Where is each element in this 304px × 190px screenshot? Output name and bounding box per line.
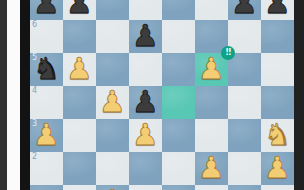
- square-c6[interactable]: [96, 20, 129, 53]
- square-e3[interactable]: [162, 119, 195, 152]
- rank-label-3: 3: [32, 120, 37, 128]
- black-pawn-piece[interactable]: ♟: [132, 19, 159, 52]
- square-b7[interactable]: ♟: [63, 0, 96, 20]
- square-e6[interactable]: [162, 20, 195, 53]
- chess-board: ♟♟♟♟6♟5♞♟♟!!4♟♟3♟♟♞2♟♟♝: [30, 0, 294, 190]
- square-d1[interactable]: [129, 185, 162, 190]
- square-h5[interactable]: [261, 53, 294, 86]
- square-c1[interactable]: ♝: [96, 185, 129, 190]
- brilliant-move-badge: !!: [221, 46, 235, 60]
- square-b3[interactable]: [63, 119, 96, 152]
- square-g4[interactable]: [228, 86, 261, 119]
- square-a7[interactable]: ♟: [30, 0, 63, 20]
- rank-label-2: 2: [32, 153, 37, 161]
- square-a2[interactable]: 2: [30, 152, 63, 185]
- white-pawn-piece[interactable]: ♟: [198, 52, 225, 85]
- square-d3[interactable]: ♟: [129, 119, 162, 152]
- square-f4[interactable]: [195, 86, 228, 119]
- right-letterbox-bar: [294, 0, 304, 190]
- square-e1[interactable]: [162, 185, 195, 190]
- white-pawn-piece[interactable]: ♟: [198, 151, 225, 184]
- square-h4[interactable]: [261, 86, 294, 119]
- black-pawn-piece[interactable]: ♟: [231, 0, 258, 19]
- square-e7[interactable]: [162, 0, 195, 20]
- square-f2[interactable]: ♟: [195, 152, 228, 185]
- square-a1[interactable]: [30, 185, 63, 190]
- black-pawn-piece[interactable]: ♟: [66, 0, 93, 19]
- square-c2[interactable]: [96, 152, 129, 185]
- square-c4[interactable]: ♟: [96, 86, 129, 119]
- square-f7[interactable]: [195, 0, 228, 20]
- square-d6[interactable]: ♟: [129, 20, 162, 53]
- square-c5[interactable]: [96, 53, 129, 86]
- square-f5[interactable]: ♟!!: [195, 53, 228, 86]
- square-h6[interactable]: [261, 20, 294, 53]
- square-h3[interactable]: ♞: [261, 119, 294, 152]
- square-a5[interactable]: 5♞: [30, 53, 63, 86]
- white-knight-piece[interactable]: ♞: [264, 118, 291, 151]
- white-bishop-piece[interactable]: ♝: [99, 184, 126, 190]
- white-pawn-piece[interactable]: ♟: [132, 118, 159, 151]
- white-side-strip: [7, 0, 20, 190]
- inner-black-bar: [20, 0, 30, 190]
- square-a6[interactable]: 6: [30, 20, 63, 53]
- square-d7[interactable]: [129, 0, 162, 20]
- square-g3[interactable]: [228, 119, 261, 152]
- square-h2[interactable]: ♟: [261, 152, 294, 185]
- square-d2[interactable]: [129, 152, 162, 185]
- screenshot-frame: ♟♟♟♟6♟5♞♟♟!!4♟♟3♟♟♞2♟♟♝: [0, 0, 304, 190]
- square-g7[interactable]: ♟: [228, 0, 261, 20]
- white-pawn-piece[interactable]: ♟: [99, 85, 126, 118]
- rank-label-4: 4: [32, 87, 37, 95]
- square-a3[interactable]: 3♟: [30, 119, 63, 152]
- rank-label-6: 6: [32, 21, 37, 29]
- square-h7[interactable]: ♟: [261, 0, 294, 20]
- black-pawn-piece[interactable]: ♟: [33, 0, 60, 19]
- square-g2[interactable]: [228, 152, 261, 185]
- left-letterbox-bar: [0, 0, 7, 190]
- square-h1[interactable]: [261, 185, 294, 190]
- square-b4[interactable]: [63, 86, 96, 119]
- square-g1[interactable]: [228, 185, 261, 190]
- rank-label-5: 5: [32, 54, 37, 62]
- square-b5[interactable]: ♟: [63, 53, 96, 86]
- square-b6[interactable]: [63, 20, 96, 53]
- square-e4[interactable]: [162, 86, 195, 119]
- square-c3[interactable]: [96, 119, 129, 152]
- square-e2[interactable]: [162, 152, 195, 185]
- square-f3[interactable]: [195, 119, 228, 152]
- black-pawn-piece[interactable]: ♟: [132, 85, 159, 118]
- square-f1[interactable]: [195, 185, 228, 190]
- white-pawn-piece[interactable]: ♟: [66, 52, 93, 85]
- square-b1[interactable]: [63, 185, 96, 190]
- square-a4[interactable]: 4: [30, 86, 63, 119]
- square-d4[interactable]: ♟: [129, 86, 162, 119]
- square-e5[interactable]: [162, 53, 195, 86]
- square-c7[interactable]: [96, 0, 129, 20]
- square-b2[interactable]: [63, 152, 96, 185]
- square-d5[interactable]: [129, 53, 162, 86]
- white-pawn-piece[interactable]: ♟: [264, 151, 291, 184]
- black-pawn-piece[interactable]: ♟: [264, 0, 291, 19]
